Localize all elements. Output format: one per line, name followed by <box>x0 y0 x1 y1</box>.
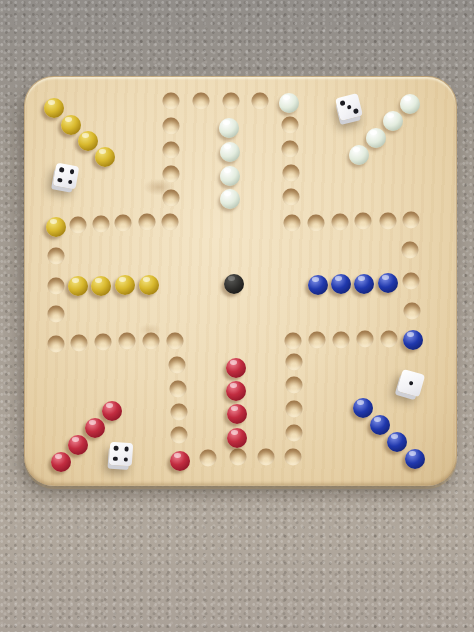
die-pip <box>57 177 62 182</box>
hole-track-9 <box>283 189 300 206</box>
hole-track-21 <box>357 331 374 348</box>
marble-white-base-white-3[interactable] <box>366 128 386 148</box>
marble-red-home-red-1[interactable] <box>226 358 246 378</box>
hole-track-48 <box>70 217 87 234</box>
marble-yellow-base-yellow-4[interactable] <box>95 147 115 167</box>
hole-track-25 <box>286 354 303 371</box>
marble-red-track-33[interactable] <box>170 451 190 471</box>
hole-track-1 <box>163 93 180 110</box>
marble-white-home-white-1[interactable] <box>219 118 239 138</box>
marble-white-base-white-4[interactable] <box>349 145 369 165</box>
marble-red-home-red-2[interactable] <box>226 381 246 401</box>
hole-track-55 <box>163 142 180 159</box>
die-pip <box>113 456 118 461</box>
hole-track-53 <box>163 190 180 207</box>
hole-track-26 <box>286 377 303 394</box>
marble-red-base-red-2[interactable] <box>85 418 105 438</box>
marble-red-base-red-3[interactable] <box>68 435 88 455</box>
hole-track-43 <box>48 336 65 353</box>
marble-white-home-white-3[interactable] <box>220 166 240 186</box>
die-top-right-showing-3[interactable] <box>335 93 363 121</box>
marble-white-home-white-4[interactable] <box>220 189 240 209</box>
marble-red-home-red-4[interactable] <box>227 428 247 448</box>
marble-yellow-home-yellow-4[interactable] <box>139 275 159 295</box>
marble-white-home-white-2[interactable] <box>220 142 240 162</box>
hole-track-45 <box>48 278 65 295</box>
hole-track-22 <box>333 332 350 349</box>
hole-track-40 <box>119 333 136 350</box>
die-pip <box>346 104 352 110</box>
die-top-left-showing-4[interactable] <box>53 163 80 190</box>
marble-yellow-base-yellow-1[interactable] <box>44 98 64 118</box>
die-bottom-right-showing-1[interactable] <box>397 369 425 397</box>
hole-track-39 <box>143 333 160 350</box>
hole-track-6 <box>282 117 299 134</box>
aggravation-board <box>24 76 457 486</box>
marble-white-track-5[interactable] <box>279 93 299 113</box>
marble-black-center-1[interactable] <box>224 274 244 294</box>
marble-blue-base-blue-4[interactable] <box>405 449 425 469</box>
marble-yellow-track-47[interactable] <box>46 217 66 237</box>
marble-white-base-white-1[interactable] <box>400 94 420 114</box>
marble-blue-base-blue-2[interactable] <box>370 415 390 435</box>
hole-track-16 <box>402 242 419 259</box>
hole-track-4 <box>252 93 269 110</box>
hole-track-15 <box>403 212 420 229</box>
die-pip <box>114 446 119 451</box>
marble-blue-home-blue-3[interactable] <box>354 274 374 294</box>
hole-track-28 <box>286 425 303 442</box>
hole-track-52 <box>162 214 179 231</box>
hole-track-54 <box>163 166 180 183</box>
hole-track-13 <box>355 213 372 230</box>
die-pip <box>69 169 74 174</box>
hole-track-49 <box>93 216 110 233</box>
marble-red-base-red-1[interactable] <box>102 401 122 421</box>
hole-track-10 <box>284 215 301 232</box>
hole-track-11 <box>308 215 325 232</box>
photo-scene <box>0 0 474 632</box>
die-pip <box>67 179 72 184</box>
marble-blue-track-19[interactable] <box>403 330 423 350</box>
hole-track-12 <box>332 214 349 231</box>
hole-track-31 <box>230 449 247 466</box>
marble-yellow-base-yellow-3[interactable] <box>78 131 98 151</box>
hole-track-3 <box>223 93 240 110</box>
hole-track-32 <box>200 450 217 467</box>
hole-track-41 <box>95 334 112 351</box>
marble-blue-home-blue-2[interactable] <box>331 274 351 294</box>
hole-track-8 <box>283 165 300 182</box>
hole-track-24 <box>285 333 302 350</box>
marble-blue-base-blue-3[interactable] <box>387 432 407 452</box>
hole-track-35 <box>171 404 188 421</box>
marble-blue-home-blue-4[interactable] <box>378 273 398 293</box>
marble-red-home-red-3[interactable] <box>227 404 247 424</box>
hole-track-20 <box>381 331 398 348</box>
marble-yellow-home-yellow-2[interactable] <box>91 276 111 296</box>
marble-white-base-white-2[interactable] <box>383 111 403 131</box>
hole-track-46 <box>48 248 65 265</box>
die-pip <box>123 457 128 462</box>
marble-yellow-home-yellow-1[interactable] <box>68 276 88 296</box>
hole-track-44 <box>48 306 65 323</box>
hole-track-50 <box>115 215 132 232</box>
marble-blue-base-blue-1[interactable] <box>353 398 373 418</box>
marble-yellow-home-yellow-3[interactable] <box>115 275 135 295</box>
hole-track-37 <box>169 357 186 374</box>
die-bottom-left-showing-4[interactable] <box>109 442 134 467</box>
hole-track-36 <box>170 381 187 398</box>
hole-track-51 <box>139 214 156 231</box>
die-pip <box>59 167 64 172</box>
hole-track-38 <box>167 333 184 350</box>
hole-track-34 <box>171 427 188 444</box>
die-pip <box>340 100 346 106</box>
hole-track-42 <box>71 335 88 352</box>
hole-track-17 <box>403 273 420 290</box>
marble-red-base-red-4[interactable] <box>51 452 71 472</box>
hole-track-2 <box>193 93 210 110</box>
hole-track-27 <box>286 401 303 418</box>
die-pip <box>408 380 414 386</box>
hole-track-23 <box>309 332 326 349</box>
hole-track-30 <box>258 449 275 466</box>
hole-track-18 <box>404 303 421 320</box>
hole-track-56 <box>163 118 180 135</box>
marble-blue-home-blue-1[interactable] <box>308 275 328 295</box>
marble-yellow-base-yellow-2[interactable] <box>61 115 81 135</box>
die-pip <box>353 108 359 114</box>
hole-track-14 <box>380 213 397 230</box>
hole-track-29 <box>285 449 302 466</box>
hole-track-7 <box>282 141 299 158</box>
die-pip <box>124 447 129 452</box>
